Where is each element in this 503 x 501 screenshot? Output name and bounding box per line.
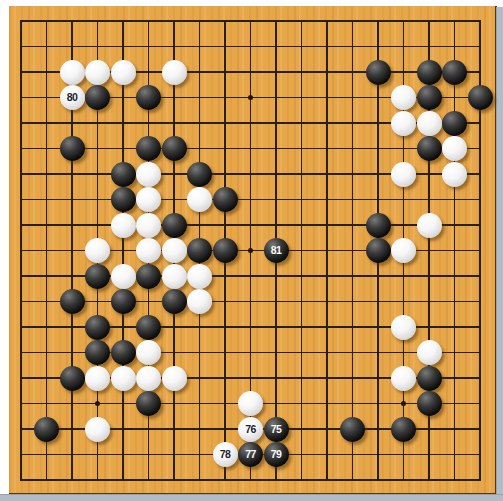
- white-stone[interactable]: 80: [60, 85, 85, 110]
- white-stone[interactable]: [162, 366, 187, 391]
- white-stone[interactable]: [417, 340, 442, 365]
- star-point: [248, 248, 253, 253]
- black-stone[interactable]: [213, 238, 238, 263]
- black-stone[interactable]: [85, 340, 110, 365]
- black-stone[interactable]: [85, 264, 110, 289]
- go-application-window: 80817675787779: [0, 0, 503, 501]
- black-stone[interactable]: [417, 391, 442, 416]
- white-stone[interactable]: [136, 238, 161, 263]
- white-stone[interactable]: [187, 289, 212, 314]
- black-stone[interactable]: [85, 85, 110, 110]
- black-stone[interactable]: [366, 60, 391, 85]
- black-stone[interactable]: 77: [238, 442, 263, 467]
- white-stone[interactable]: [417, 213, 442, 238]
- black-stone[interactable]: [85, 315, 110, 340]
- black-stone[interactable]: [136, 315, 161, 340]
- white-stone[interactable]: [136, 187, 161, 212]
- white-stone[interactable]: [136, 366, 161, 391]
- white-stone[interactable]: [162, 264, 187, 289]
- black-stone[interactable]: [136, 136, 161, 161]
- move-number-label: 75: [271, 424, 282, 435]
- black-stone[interactable]: [417, 85, 442, 110]
- black-stone[interactable]: [111, 289, 136, 314]
- black-stone[interactable]: [442, 111, 467, 136]
- white-stone[interactable]: [85, 60, 110, 85]
- move-number-label: 80: [67, 92, 78, 103]
- black-stone[interactable]: 79: [264, 442, 289, 467]
- move-number-label: 76: [245, 424, 256, 435]
- black-stone[interactable]: [187, 238, 212, 263]
- white-stone[interactable]: [85, 238, 110, 263]
- white-stone[interactable]: [136, 213, 161, 238]
- move-number-label: 77: [245, 449, 256, 460]
- black-stone[interactable]: [366, 238, 391, 263]
- star-point: [95, 401, 100, 406]
- black-stone[interactable]: 81: [264, 238, 289, 263]
- white-stone[interactable]: [136, 340, 161, 365]
- black-stone[interactable]: [111, 162, 136, 187]
- move-number-label: 79: [271, 449, 282, 460]
- white-stone[interactable]: [187, 187, 212, 212]
- black-stone[interactable]: [468, 85, 493, 110]
- black-stone[interactable]: [136, 264, 161, 289]
- black-stone[interactable]: [366, 213, 391, 238]
- white-stone[interactable]: [442, 162, 467, 187]
- white-stone[interactable]: [136, 162, 161, 187]
- black-stone[interactable]: [213, 187, 238, 212]
- black-stone[interactable]: [187, 162, 212, 187]
- black-stone[interactable]: 75: [264, 417, 289, 442]
- black-stone[interactable]: [417, 136, 442, 161]
- grid-line-horizontal: [20, 479, 481, 481]
- white-stone[interactable]: [391, 238, 416, 263]
- white-stone[interactable]: [391, 366, 416, 391]
- white-stone[interactable]: [111, 264, 136, 289]
- white-stone[interactable]: [391, 315, 416, 340]
- black-stone[interactable]: [162, 289, 187, 314]
- black-stone[interactable]: [111, 340, 136, 365]
- white-stone[interactable]: [60, 60, 85, 85]
- white-stone[interactable]: [391, 162, 416, 187]
- black-stone[interactable]: [162, 213, 187, 238]
- black-stone[interactable]: [111, 187, 136, 212]
- black-stone[interactable]: [34, 417, 59, 442]
- white-stone[interactable]: [442, 136, 467, 161]
- white-stone[interactable]: [162, 60, 187, 85]
- white-stone[interactable]: [85, 366, 110, 391]
- black-stone[interactable]: [162, 136, 187, 161]
- white-stone[interactable]: [391, 85, 416, 110]
- grid-line-vertical: [301, 20, 303, 481]
- white-stone[interactable]: [111, 213, 136, 238]
- grid-line-vertical: [454, 20, 456, 481]
- grid-line-vertical: [352, 20, 354, 481]
- star-point: [248, 95, 253, 100]
- black-stone[interactable]: [136, 85, 161, 110]
- white-stone[interactable]: [162, 238, 187, 263]
- white-stone[interactable]: [417, 111, 442, 136]
- black-stone[interactable]: [417, 366, 442, 391]
- white-stone[interactable]: 78: [213, 442, 238, 467]
- move-number-label: 78: [220, 449, 231, 460]
- white-stone[interactable]: [111, 366, 136, 391]
- white-stone[interactable]: [85, 417, 110, 442]
- white-stone[interactable]: 76: [238, 417, 263, 442]
- grid-line-vertical: [326, 20, 328, 481]
- black-stone[interactable]: [442, 60, 467, 85]
- black-stone[interactable]: [60, 366, 85, 391]
- black-stone[interactable]: [340, 417, 365, 442]
- black-stone[interactable]: [60, 136, 85, 161]
- black-stone[interactable]: [391, 417, 416, 442]
- star-point: [401, 401, 406, 406]
- white-stone[interactable]: [238, 391, 263, 416]
- move-number-label: 81: [271, 245, 282, 256]
- black-stone[interactable]: [60, 289, 85, 314]
- window-edge-right: [496, 7, 503, 501]
- black-stone[interactable]: [417, 60, 442, 85]
- white-stone[interactable]: [111, 60, 136, 85]
- grid-line-horizontal: [20, 301, 481, 303]
- black-stone[interactable]: [136, 391, 161, 416]
- white-stone[interactable]: [391, 111, 416, 136]
- white-stone[interactable]: [187, 264, 212, 289]
- window-edge-bottom: [0, 494, 503, 501]
